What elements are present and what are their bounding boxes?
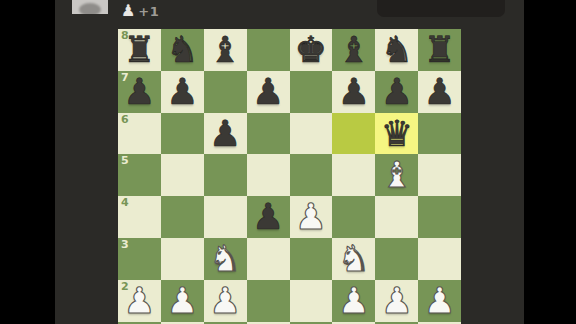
- square-b8[interactable]: ♞: [161, 29, 204, 71]
- square-d4[interactable]: ♟: [247, 196, 290, 238]
- white-pawn[interactable]: ♟: [381, 280, 413, 322]
- square-h4[interactable]: [418, 196, 461, 238]
- square-c3[interactable]: ♞: [204, 238, 247, 280]
- square-g3[interactable]: [375, 238, 418, 280]
- square-a7[interactable]: 7♟: [118, 71, 161, 113]
- square-d8[interactable]: [247, 29, 290, 71]
- white-pawn[interactable]: ♟: [166, 280, 198, 322]
- square-g4[interactable]: [375, 196, 418, 238]
- material-advantage-label: +1: [138, 4, 159, 19]
- top-cropped-panel: [377, 0, 505, 17]
- square-g5[interactable]: ♝: [375, 154, 418, 196]
- black-bishop[interactable]: ♝: [338, 29, 370, 71]
- rank-label-5: 5: [121, 155, 129, 167]
- white-pawn[interactable]: ♟: [424, 280, 456, 322]
- square-h7[interactable]: ♟: [418, 71, 461, 113]
- black-knight[interactable]: ♞: [381, 29, 413, 71]
- square-e2[interactable]: [290, 280, 333, 322]
- black-rook[interactable]: ♜: [424, 29, 456, 71]
- square-h6[interactable]: [418, 113, 461, 155]
- rank-label-8: 8: [121, 30, 129, 42]
- square-c8[interactable]: ♝: [204, 29, 247, 71]
- captured-pieces-indicator: ♟ +1: [121, 1, 159, 21]
- white-bishop[interactable]: ♝: [381, 154, 413, 196]
- chess-board[interactable]: 8♜♞♝♚♝♞♜7♟♟♟♟♟♟6♟♛5♝4♟♟3♞♞2♟♟♟♟♟♟: [118, 29, 461, 324]
- square-b5[interactable]: [161, 154, 204, 196]
- square-g6[interactable]: ♛: [375, 113, 418, 155]
- square-g2[interactable]: ♟: [375, 280, 418, 322]
- square-c5[interactable]: [204, 154, 247, 196]
- avatar-silhouette: [79, 3, 101, 14]
- rank-label-4: 4: [121, 197, 129, 209]
- black-queen[interactable]: ♛: [381, 113, 413, 155]
- square-f2[interactable]: ♟: [332, 280, 375, 322]
- rank-label-3: 3: [121, 239, 129, 251]
- square-e8[interactable]: ♚: [290, 29, 333, 71]
- square-f4[interactable]: [332, 196, 375, 238]
- white-pawn[interactable]: ♟: [209, 280, 241, 322]
- square-a8[interactable]: 8♜: [118, 29, 161, 71]
- captured-white-pawn-icon: ♟: [121, 1, 135, 21]
- white-pawn[interactable]: ♟: [338, 280, 370, 322]
- square-a5[interactable]: 5: [118, 154, 161, 196]
- square-f6[interactable]: [332, 113, 375, 155]
- square-g8[interactable]: ♞: [375, 29, 418, 71]
- square-d5[interactable]: [247, 154, 290, 196]
- square-h2[interactable]: ♟: [418, 280, 461, 322]
- square-h3[interactable]: [418, 238, 461, 280]
- black-pawn[interactable]: ♟: [252, 196, 284, 238]
- screen: ♟ +1 8♜♞♝♚♝♞♜7♟♟♟♟♟♟6♟♛5♝4♟♟3♞♞2♟♟♟♟♟♟: [0, 0, 576, 324]
- black-knight[interactable]: ♞: [166, 29, 198, 71]
- black-pawn[interactable]: ♟: [381, 71, 413, 113]
- white-knight[interactable]: ♞: [338, 238, 370, 280]
- black-bishop[interactable]: ♝: [209, 29, 241, 71]
- rank-label-6: 6: [121, 114, 129, 126]
- square-b4[interactable]: [161, 196, 204, 238]
- square-d7[interactable]: ♟: [247, 71, 290, 113]
- square-c7[interactable]: [204, 71, 247, 113]
- square-h5[interactable]: [418, 154, 461, 196]
- square-f5[interactable]: [332, 154, 375, 196]
- white-pawn[interactable]: ♟: [295, 196, 327, 238]
- rank-label-7: 7: [121, 72, 129, 84]
- square-e3[interactable]: [290, 238, 333, 280]
- black-pawn[interactable]: ♟: [209, 113, 241, 155]
- square-h8[interactable]: ♜: [418, 29, 461, 71]
- black-pawn[interactable]: ♟: [166, 71, 198, 113]
- square-g7[interactable]: ♟: [375, 71, 418, 113]
- square-e7[interactable]: [290, 71, 333, 113]
- white-knight[interactable]: ♞: [209, 238, 241, 280]
- square-b7[interactable]: ♟: [161, 71, 204, 113]
- square-b6[interactable]: [161, 113, 204, 155]
- square-b2[interactable]: ♟: [161, 280, 204, 322]
- player-avatar[interactable]: [72, 0, 108, 14]
- square-f7[interactable]: ♟: [332, 71, 375, 113]
- square-b3[interactable]: [161, 238, 204, 280]
- square-c2[interactable]: ♟: [204, 280, 247, 322]
- black-pawn[interactable]: ♟: [252, 71, 284, 113]
- square-a6[interactable]: 6: [118, 113, 161, 155]
- black-king[interactable]: ♚: [295, 29, 327, 71]
- rank-label-2: 2: [121, 281, 129, 293]
- square-c6[interactable]: ♟: [204, 113, 247, 155]
- square-f8[interactable]: ♝: [332, 29, 375, 71]
- square-a3[interactable]: 3: [118, 238, 161, 280]
- square-e4[interactable]: ♟: [290, 196, 333, 238]
- black-pawn[interactable]: ♟: [424, 71, 456, 113]
- square-e6[interactable]: [290, 113, 333, 155]
- black-pawn[interactable]: ♟: [338, 71, 370, 113]
- square-f3[interactable]: ♞: [332, 238, 375, 280]
- square-e5[interactable]: [290, 154, 333, 196]
- square-d3[interactable]: [247, 238, 290, 280]
- square-c4[interactable]: [204, 196, 247, 238]
- square-d6[interactable]: [247, 113, 290, 155]
- square-a2[interactable]: 2♟: [118, 280, 161, 322]
- square-a4[interactable]: 4: [118, 196, 161, 238]
- square-d2[interactable]: [247, 280, 290, 322]
